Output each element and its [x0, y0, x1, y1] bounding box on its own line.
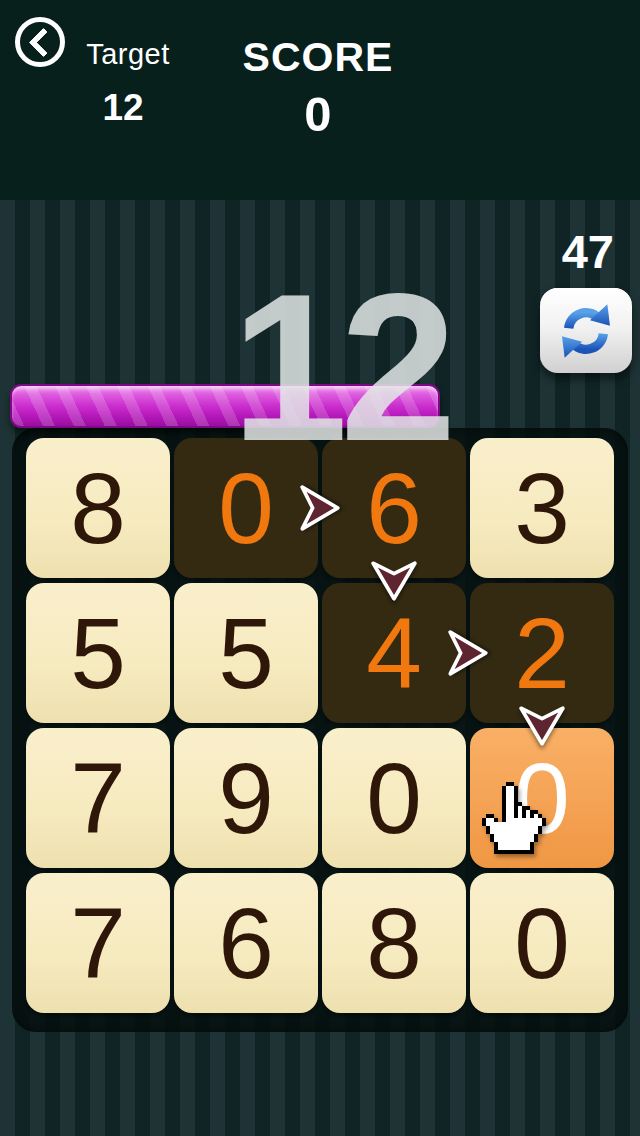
- tile-r3c2[interactable]: 8: [322, 873, 466, 1013]
- target-label: Target: [63, 38, 193, 71]
- tile-r1c1[interactable]: 5: [174, 583, 318, 723]
- tile-r0c0[interactable]: 8: [26, 438, 170, 578]
- tile-r2c2[interactable]: 0: [322, 728, 466, 868]
- tile-r1c2[interactable]: 4: [322, 583, 466, 723]
- tile-r3c0[interactable]: 7: [26, 873, 170, 1013]
- tile-r3c1[interactable]: 6: [174, 873, 318, 1013]
- score-value: 0: [233, 86, 403, 142]
- tile-grid: 8063554279007680: [26, 438, 614, 1013]
- shuffles-left-count: 47: [494, 224, 614, 279]
- tile-r0c3[interactable]: 3: [470, 438, 614, 578]
- tile-r1c3[interactable]: 2: [470, 583, 614, 723]
- refresh-icon: [554, 299, 618, 363]
- top-bar: Target 12 SCORE 0: [0, 0, 640, 200]
- tile-r2c1[interactable]: 9: [174, 728, 318, 868]
- tile-r2c0[interactable]: 7: [26, 728, 170, 868]
- tile-r2c3[interactable]: 0: [470, 728, 614, 868]
- refresh-button[interactable]: [540, 288, 632, 373]
- tile-r3c3[interactable]: 0: [470, 873, 614, 1013]
- back-button[interactable]: [15, 17, 65, 67]
- score-block: SCORE 0: [233, 34, 403, 142]
- score-label: SCORE: [233, 34, 403, 81]
- tile-r0c2[interactable]: 6: [322, 438, 466, 578]
- target-value: 12: [53, 87, 193, 129]
- chevron-left-icon: [28, 27, 58, 57]
- target-block: Target 12: [63, 38, 193, 129]
- progress-bar: [10, 384, 440, 428]
- tile-r1c0[interactable]: 5: [26, 583, 170, 723]
- tile-r0c1[interactable]: 0: [174, 438, 318, 578]
